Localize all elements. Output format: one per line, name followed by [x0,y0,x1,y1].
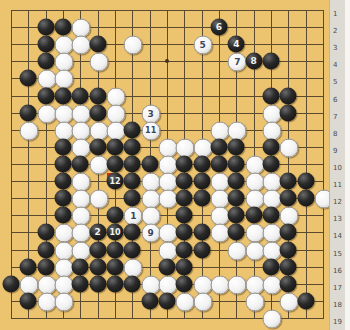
white-stone [193,292,212,311]
white-stone [72,138,91,157]
black-stone [106,138,123,155]
black-stone [20,258,37,275]
white-stone [262,309,281,328]
white-stone [245,292,264,311]
black-stone [20,292,37,309]
black-stone [89,36,106,53]
white-stone [210,224,229,243]
black-stone [72,155,89,172]
black-stone [193,173,210,190]
black-stone [193,190,210,207]
white-stone [54,121,73,140]
black-stone [176,155,193,172]
black-stone [106,258,123,275]
white-stone [89,53,108,72]
black-stone [141,292,158,309]
black-stone [89,104,106,121]
white-stone [280,207,299,226]
white-stone [124,258,143,277]
black-stone [280,87,297,104]
black-stone [176,275,193,292]
black-stone [37,53,54,70]
black-stone [262,258,279,275]
black-stone [89,87,106,104]
black-stone [262,53,279,70]
white-stone [37,104,56,123]
white-stone [262,275,281,294]
black-stone [124,275,141,292]
black-stone [106,155,123,172]
white-stone [280,292,299,311]
black-stone [106,207,123,224]
ruler-row-label: 9 [333,147,345,155]
black-stone [297,292,314,309]
white-stone [124,36,143,55]
move-number-label: 4 [233,40,239,49]
black-stone: 4 [228,36,245,53]
white-stone [89,190,108,209]
black-stone [54,138,71,155]
white-stone [193,138,212,157]
black-stone [54,87,71,104]
ruler-row-label: 6 [333,96,345,104]
ruler-row-label: 4 [333,61,345,69]
black-stone [262,207,279,224]
ruler-inner-strip [345,0,350,330]
black-stone [210,138,227,155]
white-stone [158,275,177,294]
white-stone [245,190,264,209]
black-stone [297,190,314,207]
black-stone [54,155,71,172]
black-stone [228,155,245,172]
black-stone [54,207,71,224]
black-stone [124,190,141,207]
move-number-label: 8 [251,57,257,66]
black-stone [158,258,175,275]
white-stone [210,275,229,294]
white-stone [280,138,299,157]
black-stone: 12 [106,173,123,190]
black-stone [176,173,193,190]
move-number-label: 10 [109,228,120,236]
black-stone [72,275,89,292]
ruler-row-label: 12 [333,198,345,206]
move-number-label: 11 [145,127,156,135]
black-stone [54,173,71,190]
black-stone [124,155,141,172]
white-stone: 5 [193,36,212,55]
black-stone [280,258,297,275]
ruler-row-label: 3 [333,44,345,52]
move-number-label: 1 [130,212,136,221]
move-number-label: 12 [109,177,120,185]
move-number-label: 9 [148,229,154,238]
white-stone [158,190,177,209]
white-stone [54,292,73,311]
black-stone [245,207,262,224]
white-stone [37,70,56,89]
star-point [165,59,169,63]
white-stone [72,241,91,260]
grid-line-vertical [323,10,324,319]
black-stone [37,19,54,36]
white-stone [158,241,177,260]
white-stone [106,121,125,140]
black-stone [176,224,193,241]
black-stone: 10 [106,224,123,241]
black-stone [37,241,54,258]
white-stone [54,70,73,89]
black-stone [3,275,20,292]
ruler-row-label: 13 [333,215,345,223]
white-stone [262,121,281,140]
black-stone [228,138,245,155]
black-stone [228,224,245,241]
move-number-label: 3 [148,109,154,118]
black-stone: 2 [89,224,106,241]
move-number-label: 7 [234,58,240,67]
black-stone [262,155,279,172]
black-stone [37,224,54,241]
black-stone [37,87,54,104]
black-stone [280,104,297,121]
move-number-label: 5 [200,41,206,50]
white-stone [262,241,281,260]
white-stone: 9 [141,224,160,243]
black-stone [176,258,193,275]
ruler-row-label: 2 [333,27,345,35]
black-stone [210,155,227,172]
black-stone [89,275,106,292]
black-stone [106,241,123,258]
black-stone [124,241,141,258]
white-stone [141,275,160,294]
white-stone [37,292,56,311]
black-stone [280,275,297,292]
ruler-row-label: 16 [333,267,345,275]
black-stone [193,241,210,258]
white-stone [262,190,281,209]
black-stone [280,173,297,190]
black-stone [89,241,106,258]
black-stone [176,207,193,224]
white-stone [20,275,39,294]
white-stone [176,138,195,157]
ruler-row-label: 19 [333,318,345,326]
black-stone [297,173,314,190]
ruler-row-label: 14 [333,232,345,240]
black-stone [262,87,279,104]
ruler-row-label: 8 [333,130,345,138]
black-stone [280,224,297,241]
black-stone [141,155,158,172]
black-stone [106,275,123,292]
black-stone [37,258,54,275]
black-stone [72,87,89,104]
black-stone [37,36,54,53]
black-stone [262,138,279,155]
black-stone [124,173,141,190]
black-stone [54,19,71,36]
white-stone: 11 [141,121,160,140]
black-stone [228,190,245,207]
black-stone [193,224,210,241]
ruler-row-label: 17 [333,284,345,292]
black-stone [124,224,141,241]
black-stone [124,138,141,155]
ruler-row-label: 5 [333,78,345,86]
black-stone [280,241,297,258]
move-number-label: 2 [95,228,101,237]
white-stone: 1 [124,207,143,226]
white-stone [176,292,195,311]
ruler-row-label: 15 [333,250,345,258]
ruler-row-label: 10 [333,164,345,172]
black-stone [228,173,245,190]
go-board[interactable]: 654783111212109 [0,0,332,330]
black-stone [89,138,106,155]
black-stone [176,241,193,258]
black-stone [158,292,175,309]
black-stone [176,190,193,207]
black-stone [280,190,297,207]
white-stone [72,36,91,55]
white-stone [228,241,247,260]
white-stone [89,155,108,174]
row-coordinate-ruler: 12345678910111213141516171819 [329,0,350,330]
black-stone [193,155,210,172]
white-stone [228,275,247,294]
black-stone [20,104,37,121]
black-stone [20,70,37,87]
ruler-row-label: 11 [333,181,345,189]
black-stone [54,190,71,207]
white-stone: 7 [228,53,247,72]
ruler-row-label: 1 [333,10,345,18]
black-stone [89,258,106,275]
go-app-window: 654783111212109 123456789101112131415161… [0,0,350,330]
move-number-label: 6 [216,23,222,32]
black-stone [72,258,89,275]
white-stone [89,121,108,140]
white-stone [245,241,264,260]
black-stone: 8 [245,53,262,70]
ruler-row-label: 7 [333,113,345,121]
black-stone [228,207,245,224]
black-stone [124,121,141,138]
ruler-row-label: 18 [333,301,345,309]
white-stone [20,121,39,140]
grid-line-vertical [306,10,307,319]
black-stone: 6 [210,19,227,36]
white-stone [210,121,229,140]
white-stone [228,121,247,140]
